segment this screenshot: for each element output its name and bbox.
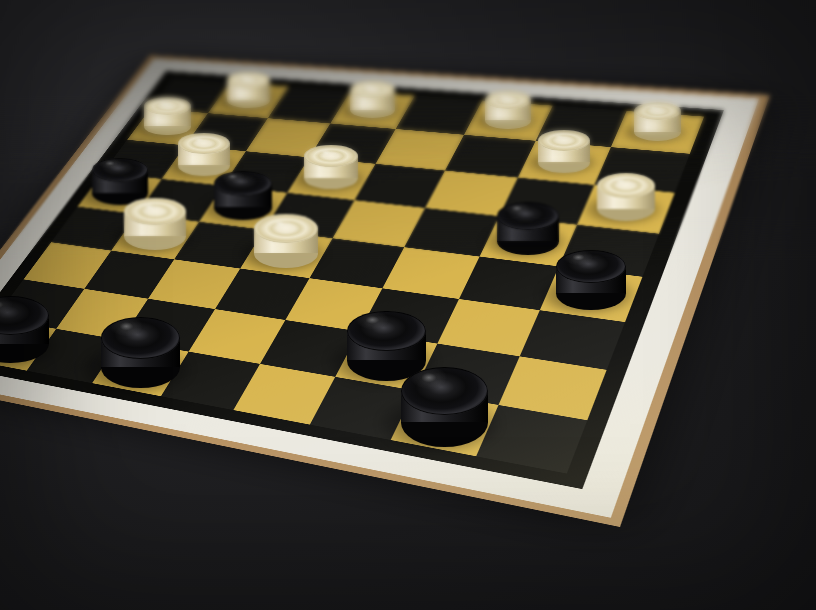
- board-square: [594, 147, 689, 193]
- board-margin: [0, 71, 724, 489]
- checkers-board: [0, 55, 770, 527]
- photo-stage: [0, 0, 816, 610]
- board-square: [577, 185, 675, 234]
- board-square: [611, 111, 704, 154]
- board-grid: [0, 78, 704, 473]
